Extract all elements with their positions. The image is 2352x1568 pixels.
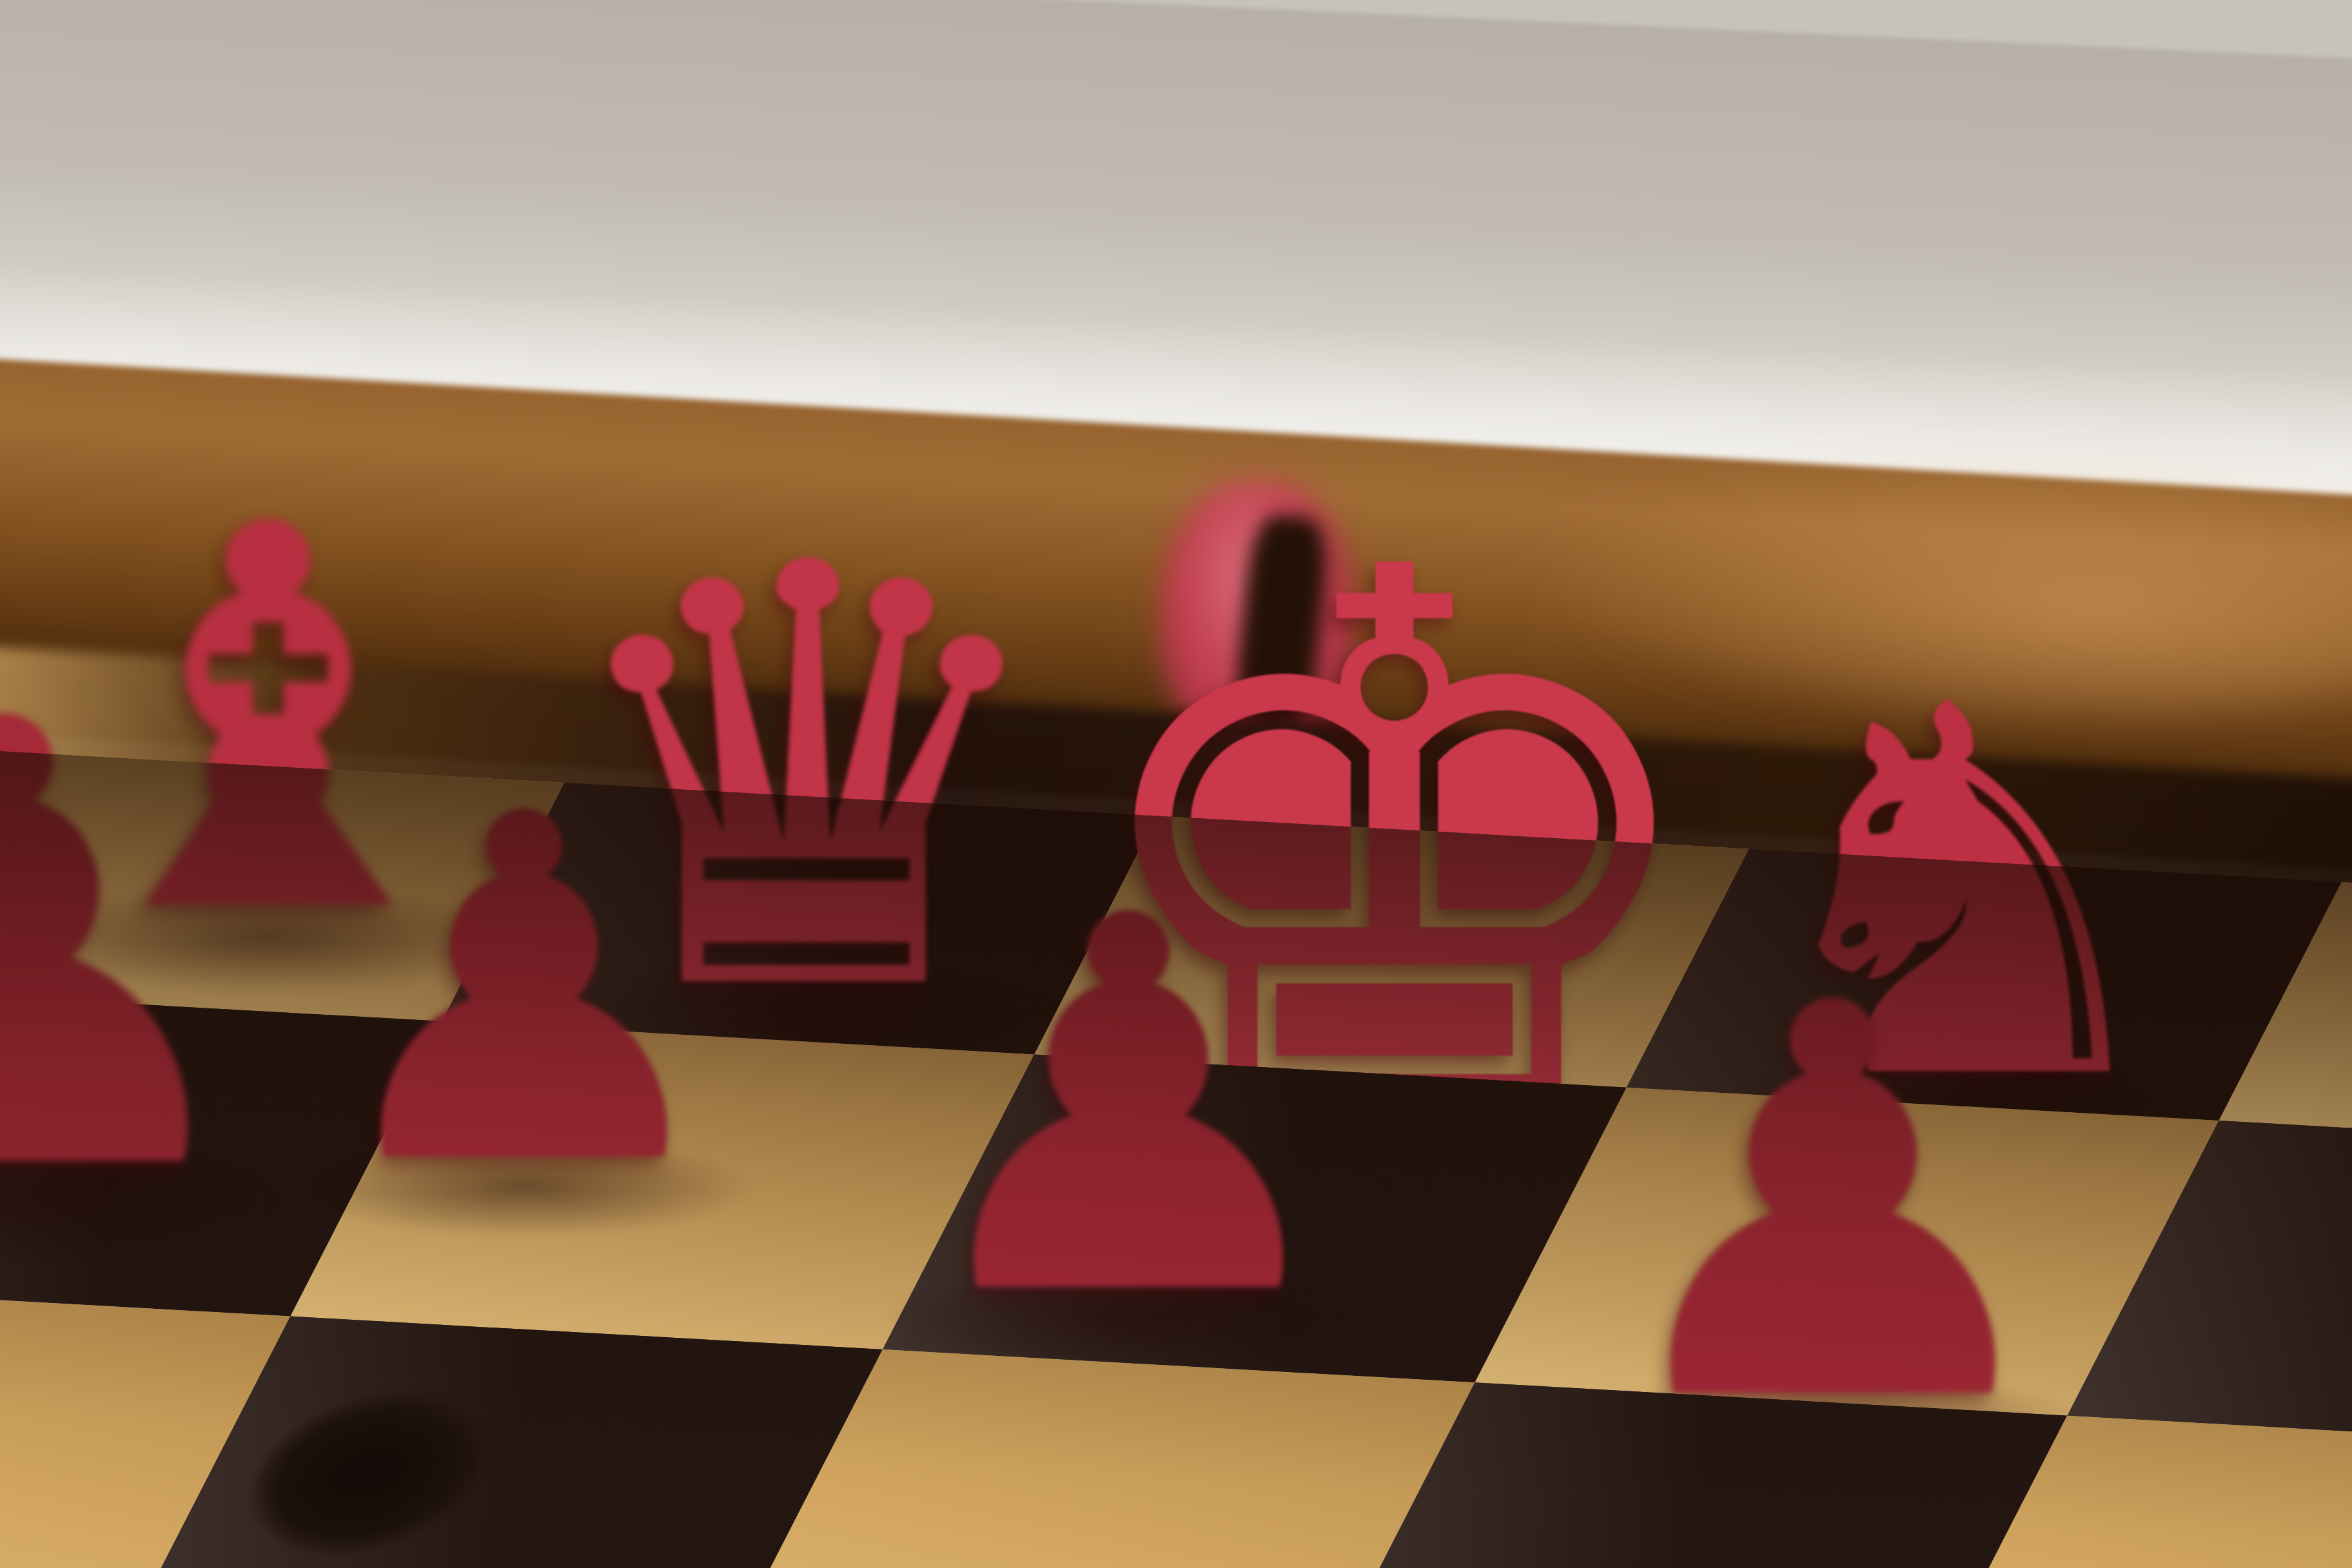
peg-hole xyxy=(221,1389,514,1558)
red-pawn[interactable]: ♟ xyxy=(0,642,279,1255)
red-pawn[interactable]: ♟ xyxy=(310,753,738,1230)
photo-scene: ♝♛♚♞♟♟♟♟ xyxy=(0,0,2352,1568)
red-pawn[interactable]: ♟ xyxy=(897,850,1360,1366)
chessboard: ♝♛♚♞♟♟♟♟ xyxy=(0,683,2352,1568)
